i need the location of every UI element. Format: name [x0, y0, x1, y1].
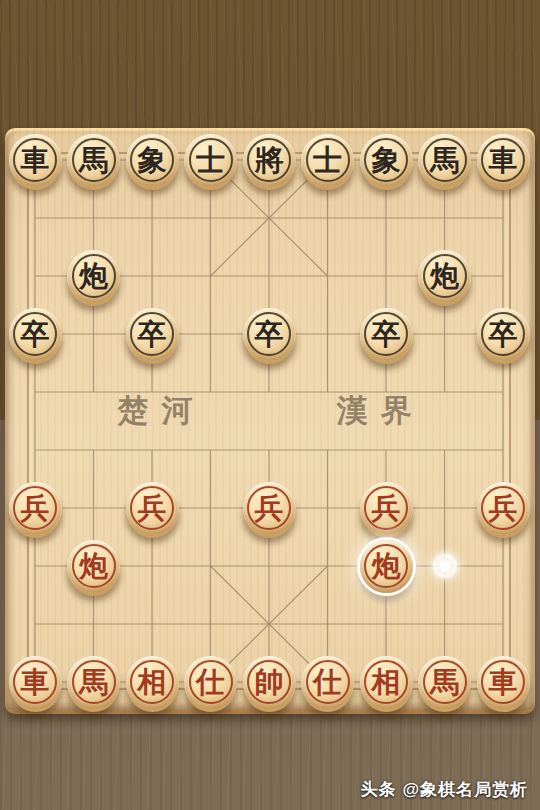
piece-red-general[interactable]: 帥 [243, 656, 296, 709]
piece-black-chariot[interactable]: 車 [477, 134, 530, 187]
piece-black-soldier[interactable]: 卒 [126, 308, 179, 361]
piece-glyph: 車 [21, 668, 50, 697]
piece-red-soldier[interactable]: 兵 [9, 482, 62, 535]
piece-glyph: 車 [489, 146, 518, 175]
piece-red-horse[interactable]: 馬 [418, 656, 471, 709]
piece-glyph: 兵 [372, 494, 401, 523]
piece-black-soldier[interactable]: 卒 [243, 308, 296, 361]
piece-glyph: 士 [196, 146, 225, 175]
watermark: 头条@象棋名局赏析 [360, 778, 528, 801]
piece-black-soldier[interactable]: 卒 [9, 308, 62, 361]
piece-red-elephant[interactable]: 相 [126, 656, 179, 709]
game-screen: 楚河 漢界 車馬象士將士象馬車炮炮卒卒卒卒卒兵兵兵兵兵炮炮車馬相仕帥仕相馬車 头… [0, 0, 540, 810]
piece-black-elephant[interactable]: 象 [126, 134, 179, 187]
piece-glyph: 兵 [138, 494, 167, 523]
piece-black-advisor[interactable]: 士 [184, 134, 237, 187]
piece-black-cannon[interactable]: 炮 [67, 250, 120, 303]
piece-glyph: 士 [313, 146, 342, 175]
piece-glyph: 帥 [255, 668, 284, 697]
piece-red-chariot[interactable]: 車 [477, 656, 530, 709]
piece-glyph: 仕 [313, 668, 342, 697]
piece-glyph: 兵 [255, 494, 284, 523]
piece-glyph: 象 [372, 146, 401, 175]
piece-glyph: 馬 [79, 668, 108, 697]
piece-red-soldier[interactable]: 兵 [126, 482, 179, 535]
piece-glyph: 卒 [138, 320, 167, 349]
piece-black-general[interactable]: 將 [243, 134, 296, 187]
piece-glyph: 車 [21, 146, 50, 175]
piece-glyph: 炮 [79, 262, 108, 291]
piece-black-elephant[interactable]: 象 [360, 134, 413, 187]
river-label-right: 漢界 [324, 390, 425, 432]
piece-red-soldier[interactable]: 兵 [360, 482, 413, 535]
piece-red-cannon[interactable]: 炮 [360, 540, 413, 593]
piece-black-cannon[interactable]: 炮 [418, 250, 471, 303]
piece-glyph: 卒 [21, 320, 50, 349]
piece-red-horse[interactable]: 馬 [67, 656, 120, 709]
piece-black-horse[interactable]: 馬 [67, 134, 120, 187]
piece-red-advisor[interactable]: 仕 [184, 656, 237, 709]
watermark-brand: 头条 [360, 780, 396, 799]
piece-glyph: 仕 [196, 668, 225, 697]
piece-black-horse[interactable]: 馬 [418, 134, 471, 187]
piece-black-soldier[interactable]: 卒 [477, 308, 530, 361]
piece-glyph: 炮 [372, 552, 401, 581]
piece-black-chariot[interactable]: 車 [9, 134, 62, 187]
board-grid [5, 128, 535, 714]
piece-red-soldier[interactable]: 兵 [477, 482, 530, 535]
piece-glyph: 相 [372, 668, 401, 697]
piece-red-elephant[interactable]: 相 [360, 656, 413, 709]
piece-glyph: 卒 [255, 320, 284, 349]
piece-glyph: 馬 [430, 668, 459, 697]
piece-glyph: 卒 [372, 320, 401, 349]
watermark-handle: @象棋名局赏析 [402, 780, 528, 799]
piece-glyph: 兵 [21, 494, 50, 523]
piece-glyph: 炮 [79, 552, 108, 581]
piece-glyph: 馬 [79, 146, 108, 175]
piece-black-soldier[interactable]: 卒 [360, 308, 413, 361]
river-label-left: 楚河 [105, 390, 206, 432]
piece-black-advisor[interactable]: 士 [301, 134, 354, 187]
piece-glyph: 卒 [489, 320, 518, 349]
xiangqi-board[interactable]: 楚河 漢界 車馬象士將士象馬車炮炮卒卒卒卒卒兵兵兵兵兵炮炮車馬相仕帥仕相馬車 [5, 128, 535, 714]
piece-glyph: 相 [138, 668, 167, 697]
piece-glyph: 馬 [430, 146, 459, 175]
piece-glyph: 炮 [430, 262, 459, 291]
piece-glyph: 象 [138, 146, 167, 175]
piece-red-cannon[interactable]: 炮 [67, 540, 120, 593]
piece-red-soldier[interactable]: 兵 [243, 482, 296, 535]
piece-red-chariot[interactable]: 車 [9, 656, 62, 709]
piece-glyph: 將 [255, 146, 284, 175]
piece-glyph: 車 [489, 668, 518, 697]
piece-red-advisor[interactable]: 仕 [301, 656, 354, 709]
piece-glyph: 兵 [489, 494, 518, 523]
